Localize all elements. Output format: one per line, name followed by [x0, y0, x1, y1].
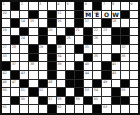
black-cell-r5c5: [39, 36, 47, 44]
cell-r13c12[interactable]: 63: [102, 105, 110, 113]
clue-number: 57: [48, 97, 52, 101]
cell-r5c3[interactable]: 24: [20, 36, 28, 44]
filled-letter: M: [84, 12, 92, 19]
clue-number: 29: [39, 45, 43, 49]
cell-r7c9[interactable]: [75, 54, 83, 62]
clue-number: 18: [112, 19, 116, 23]
cell-r6c11[interactable]: [93, 45, 101, 53]
cell-r6c8[interactable]: [66, 45, 74, 53]
clue-number: 44: [85, 71, 89, 75]
clue-number: 14: [21, 19, 25, 23]
black-cell-r8c6: [48, 62, 56, 70]
black-cell-r10c9: [75, 80, 83, 88]
cell-r8c2[interactable]: 37: [11, 62, 19, 70]
cell-r6c13[interactable]: [112, 45, 120, 53]
clue-number: 16: [57, 19, 61, 23]
cell-r2c10[interactable]: 12M: [84, 11, 92, 19]
cell-r4c12[interactable]: 23: [102, 28, 110, 36]
clue-number: 10: [3, 11, 7, 15]
cell-r5c9[interactable]: [75, 36, 83, 44]
black-cell-r2c6: [48, 11, 56, 19]
cell-r13c8[interactable]: [66, 105, 74, 113]
black-cell-r3c9: [75, 19, 83, 27]
black-cell-r8c1: [2, 62, 10, 70]
cell-r1c6[interactable]: [48, 2, 56, 10]
clue-number: 39: [57, 62, 61, 66]
clue-number: 52: [39, 88, 43, 92]
clue-number: 58: [57, 97, 61, 101]
cell-r7c1[interactable]: 33: [2, 54, 10, 62]
black-cell-r12c8: [66, 97, 74, 105]
black-cell-r4c8: [66, 28, 74, 36]
cell-r4c7[interactable]: [57, 28, 65, 36]
black-cell-r11c7: [57, 88, 65, 96]
black-cell-r11c9: [75, 88, 83, 96]
clue-number: 36: [121, 54, 125, 58]
cell-r1c12[interactable]: 7: [102, 2, 110, 10]
clue-number: 38: [30, 62, 34, 66]
black-cell-r2c4: [29, 11, 37, 19]
filled-letter: O: [102, 12, 110, 19]
black-cell-r12c13: [112, 97, 120, 105]
clue-number: 19: [3, 28, 7, 32]
cell-r9c7[interactable]: [57, 71, 65, 79]
clue-number: 54: [94, 88, 98, 92]
cell-r11c14[interactable]: 55: [121, 88, 129, 96]
black-cell-r5c7: [57, 36, 65, 44]
clue-number: 13: [94, 11, 98, 15]
black-cell-r10c5: [39, 80, 47, 88]
black-cell-r8c9: [75, 62, 83, 70]
cell-r10c1[interactable]: 46: [2, 80, 10, 88]
clue-number: 1: [3, 2, 5, 6]
cell-r5c8[interactable]: 25: [66, 36, 74, 44]
cell-r7c2[interactable]: [11, 54, 19, 62]
clue-number: 32: [121, 45, 125, 49]
cell-r10c10[interactable]: [84, 80, 92, 88]
cell-r10c6[interactable]: 48: [48, 80, 56, 88]
black-cell-r10c3: [20, 80, 28, 88]
clue-number: 49: [103, 80, 107, 84]
cell-r7c11[interactable]: 35: [93, 54, 101, 62]
cell-r2c15[interactable]: [130, 11, 138, 19]
clue-number: 7: [103, 2, 105, 6]
cell-r11c6[interactable]: [48, 88, 56, 96]
cell-r13c4[interactable]: [29, 105, 37, 113]
cell-r7c8[interactable]: [66, 54, 74, 62]
black-cell-r2c14: [121, 11, 129, 19]
cell-r7c14[interactable]: 36: [121, 54, 129, 62]
black-cell-r12c2: [11, 97, 19, 105]
clue-number: 26: [94, 36, 98, 40]
cell-r11c12[interactable]: [102, 88, 110, 96]
black-cell-r9c9: [75, 71, 83, 79]
clue-number: 30: [57, 45, 61, 49]
black-cell-r5c14: [121, 36, 129, 44]
black-cell-r2c9: [75, 11, 83, 19]
cell-r3c3[interactable]: 14: [20, 19, 28, 27]
cell-r3c11[interactable]: [93, 19, 101, 27]
cell-r6c5[interactable]: 29: [39, 45, 47, 53]
cell-r12c3[interactable]: 56: [20, 97, 28, 105]
clue-number: 2: [21, 2, 23, 6]
cell-r10c13[interactable]: [112, 80, 120, 88]
black-cell-r9c12: [102, 71, 110, 79]
cell-r3c4[interactable]: 15: [29, 19, 37, 27]
clue-number: 41: [112, 62, 116, 66]
cell-r8c3[interactable]: [20, 62, 28, 70]
cell-r13c14[interactable]: [121, 105, 129, 113]
cell-r8c14[interactable]: [121, 62, 129, 70]
clue-number: 43: [21, 71, 25, 75]
cell-r5c15[interactable]: [130, 36, 138, 44]
clue-number: 23: [103, 28, 107, 32]
cell-r8c11[interactable]: [93, 62, 101, 70]
clue-number: 21: [76, 28, 80, 32]
black-cell-r10c14: [121, 80, 129, 88]
cell-r11c2[interactable]: [11, 88, 19, 96]
clue-number: 62: [57, 105, 61, 109]
clue-number: 20: [48, 28, 52, 32]
black-cell-r1c11: [93, 2, 101, 10]
black-cell-r11c13: [112, 88, 120, 96]
cell-r5c11[interactable]: 26: [93, 36, 101, 44]
black-cell-r6c4: [29, 45, 37, 53]
cell-r2c2[interactable]: [11, 11, 19, 19]
black-cell-r7c10: [84, 54, 92, 62]
cell-r4c1[interactable]: 19: [2, 28, 10, 36]
clue-number: 40: [85, 62, 89, 66]
cell-r4c2[interactable]: [11, 28, 19, 36]
black-cell-r5c2: [11, 36, 19, 44]
cell-r6c12[interactable]: [102, 45, 110, 53]
clue-number: 31: [85, 45, 89, 49]
black-cell-r3c12: [102, 19, 110, 27]
black-cell-r5c10: [84, 36, 92, 44]
cell-r3c5[interactable]: [39, 19, 47, 27]
clue-number: 6: [85, 2, 87, 6]
cell-r2c5[interactable]: [39, 11, 47, 19]
cell-r2c7[interactable]: 11: [57, 11, 65, 19]
clue-number: 22: [94, 28, 98, 32]
cell-r13c2[interactable]: [11, 105, 19, 113]
clue-number: 28: [12, 45, 16, 49]
clue-number: 53: [85, 88, 89, 92]
cell-r3c14[interactable]: [121, 19, 129, 27]
cell-r9c15[interactable]: [130, 71, 138, 79]
clue-number: 25: [66, 36, 70, 40]
cell-r3c7[interactable]: 16: [57, 19, 65, 27]
cell-r11c3[interactable]: 51: [20, 88, 28, 96]
cell-r6c7[interactable]: 30: [57, 45, 65, 53]
cell-r4c4[interactable]: [29, 28, 37, 36]
cell-r13c7[interactable]: 62: [57, 105, 65, 113]
cell-r9c10[interactable]: 44: [84, 71, 92, 79]
cell-r11c11[interactable]: 54: [93, 88, 101, 96]
clue-number: 46: [3, 80, 7, 84]
black-cell-r4c13: [112, 28, 120, 36]
clue-number: 61: [3, 105, 7, 109]
cell-r13c3[interactable]: [20, 105, 28, 113]
cell-r9c14[interactable]: [121, 71, 129, 79]
clue-number: 33: [3, 54, 7, 58]
cell-r10c12[interactable]: 49: [102, 80, 110, 88]
clue-number: 17: [85, 19, 89, 23]
cell-r12c6[interactable]: 57: [48, 97, 56, 105]
cell-r3c13[interactable]: 18: [112, 19, 120, 27]
black-cell-r13c6: [48, 105, 56, 113]
black-cell-r3c2: [11, 19, 19, 27]
cell-r13c15[interactable]: [130, 105, 138, 113]
black-cell-r3c6: [48, 19, 56, 27]
black-cell-r10c8: [66, 80, 74, 88]
clue-number: 42: [3, 71, 7, 75]
clue-number: 27: [3, 45, 7, 49]
cell-r13c5[interactable]: [39, 105, 47, 113]
clue-number: 51: [21, 88, 25, 92]
cell-r12c7[interactable]: 58: [57, 97, 65, 105]
cell-r11c1[interactable]: 50: [2, 88, 10, 96]
black-cell-r4c5: [39, 28, 47, 36]
cell-r8c4[interactable]: 38: [29, 62, 37, 70]
cell-r8c13[interactable]: 41: [112, 62, 120, 70]
cell-r7c7[interactable]: 34: [57, 54, 65, 62]
cell-r4c11[interactable]: 22: [93, 28, 101, 36]
black-cell-r13c11: [93, 105, 101, 113]
cell-r1c7[interactable]: 4: [57, 2, 65, 10]
black-cell-r9c6: [48, 71, 56, 79]
filled-letter: W: [112, 12, 120, 19]
cell-r11c15[interactable]: [130, 88, 138, 96]
clue-number: 15: [30, 19, 34, 23]
black-cell-r4c10: [84, 28, 92, 36]
cell-r1c4[interactable]: [29, 2, 37, 10]
cell-r12c9[interactable]: 59: [75, 97, 83, 105]
cell-r13c9[interactable]: [75, 105, 83, 113]
cell-r8c5[interactable]: [39, 62, 47, 70]
cell-r3c15[interactable]: [130, 19, 138, 27]
cell-r2c8[interactable]: [66, 11, 74, 19]
clue-number: 45: [112, 71, 116, 75]
crossword-grid: 123456789101112M13EOW1415161718192021222…: [0, 0, 140, 115]
clue-number: 4: [57, 2, 59, 6]
cell-r3c1[interactable]: [2, 19, 10, 27]
cell-r4c15[interactable]: [130, 28, 138, 36]
cell-r12c15[interactable]: [130, 97, 138, 105]
cell-r13c10[interactable]: [84, 105, 92, 113]
cell-r5c6[interactable]: [48, 36, 56, 44]
cell-r2c13[interactable]: W: [112, 11, 120, 19]
cell-r1c14[interactable]: [121, 2, 129, 10]
black-cell-r11c4: [29, 88, 37, 96]
cell-r1c13[interactable]: 8: [112, 2, 120, 10]
cell-r5c4[interactable]: [29, 36, 37, 44]
black-cell-r12c14: [121, 97, 129, 105]
cell-r2c1[interactable]: 10: [2, 11, 10, 19]
cell-r3c10[interactable]: 17: [84, 19, 92, 27]
cell-r8c8[interactable]: [66, 62, 74, 70]
black-cell-r10c11: [93, 80, 101, 88]
black-cell-r7c6: [48, 54, 56, 62]
clue-number: 56: [21, 97, 25, 101]
cell-r1c10[interactable]: 6: [84, 2, 92, 10]
cell-r10c4[interactable]: [29, 80, 37, 88]
black-cell-r12c10: [84, 97, 92, 105]
clue-number: 55: [121, 88, 125, 92]
cell-r1c1[interactable]: 1: [2, 2, 10, 10]
cell-r9c11[interactable]: [93, 71, 101, 79]
black-cell-r9c2: [11, 71, 19, 79]
cell-r6c14[interactable]: 32: [121, 45, 129, 53]
black-cell-r6c9: [75, 45, 83, 53]
cell-r9c3[interactable]: 43: [20, 71, 28, 79]
cell-r8c10[interactable]: 40: [84, 62, 92, 70]
cell-r12c12[interactable]: [102, 97, 110, 105]
cell-r5c1[interactable]: [2, 36, 10, 44]
cell-r10c15[interactable]: [130, 80, 138, 88]
black-cell-r5c13: [112, 36, 120, 44]
cell-r12c1[interactable]: [2, 97, 10, 105]
cell-r8c7[interactable]: 39: [57, 62, 65, 70]
cell-r7c5[interactable]: [39, 54, 47, 62]
cell-r13c1[interactable]: 61: [2, 105, 10, 113]
black-cell-r7c4: [29, 54, 37, 62]
clue-number: 12: [85, 11, 89, 15]
clue-number: 5: [66, 2, 68, 6]
cell-r13c13[interactable]: [112, 105, 120, 113]
cell-r9c1[interactable]: 42: [2, 71, 10, 79]
cell-r9c4[interactable]: [29, 71, 37, 79]
cell-r3c8[interactable]: [66, 19, 74, 27]
cell-r10c2[interactable]: 47: [11, 80, 19, 88]
black-cell-r9c8: [66, 71, 74, 79]
cell-r11c8[interactable]: [66, 88, 74, 96]
cell-r12c4[interactable]: [29, 97, 37, 105]
clue-number: 8: [112, 2, 114, 6]
cell-r6c10[interactable]: 31: [84, 45, 92, 53]
cell-r1c8[interactable]: 5: [66, 2, 74, 10]
cell-r1c3[interactable]: 2: [20, 2, 28, 10]
cell-r11c5[interactable]: 52: [39, 88, 47, 96]
clue-number: 9: [130, 2, 132, 6]
black-cell-r7c13: [112, 54, 120, 62]
clue-number: 3: [39, 2, 41, 6]
cell-r5c12[interactable]: [102, 36, 110, 44]
black-cell-r8c12: [102, 62, 110, 70]
cell-r7c12[interactable]: [102, 54, 110, 62]
cell-r6c1[interactable]: 27: [2, 45, 10, 53]
filled-letter: E: [93, 12, 101, 19]
cell-r2c11[interactable]: 13E: [93, 11, 101, 19]
cell-r9c13[interactable]: 45: [112, 71, 120, 79]
black-cell-r1c2: [11, 2, 19, 10]
cell-r6c3[interactable]: [20, 45, 28, 53]
black-cell-r12c5: [39, 97, 47, 105]
cell-r12c11[interactable]: 60: [93, 97, 101, 105]
clue-number: 24: [21, 36, 25, 40]
cell-r1c5[interactable]: 3: [39, 2, 47, 10]
clue-number: 11: [57, 11, 61, 15]
cell-r1c15[interactable]: 9: [130, 2, 138, 10]
cell-r10c7[interactable]: [57, 80, 65, 88]
cell-r6c2[interactable]: 28: [11, 45, 19, 53]
clue-number: 60: [94, 97, 98, 101]
cell-r11c10[interactable]: 53: [84, 88, 92, 96]
black-cell-r4c3: [20, 28, 28, 36]
clue-number: 47: [12, 80, 16, 84]
clue-number: 37: [12, 62, 16, 66]
cell-r2c3[interactable]: [20, 11, 28, 19]
black-cell-r4c14: [121, 28, 129, 36]
clue-number: 35: [94, 54, 98, 58]
cell-r9c5[interactable]: [39, 71, 47, 79]
cell-r4c9[interactable]: 21: [75, 28, 83, 36]
cell-r2c12[interactable]: O: [102, 11, 110, 19]
clue-number: 48: [48, 80, 52, 84]
crossword-puzzle: 123456789101112M13EOW1415161718192021222…: [0, 0, 140, 115]
clue-number: 63: [103, 105, 107, 109]
cell-r6c15[interactable]: [130, 45, 138, 53]
clue-number: 34: [57, 54, 61, 58]
clue-number: 50: [3, 88, 7, 92]
cell-r4c6[interactable]: 20: [48, 28, 56, 36]
cell-r7c3[interactable]: [20, 54, 28, 62]
black-cell-r1c9: [75, 2, 83, 10]
black-cell-r6c6: [48, 45, 56, 53]
cell-r8c15[interactable]: [130, 62, 138, 70]
cell-r7c15[interactable]: [130, 54, 138, 62]
clue-number: 59: [76, 97, 80, 101]
